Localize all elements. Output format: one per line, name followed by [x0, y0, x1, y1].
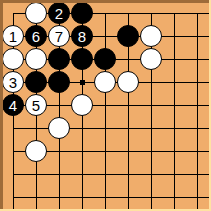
black-stone [71, 2, 93, 24]
black-stone: 2 [48, 2, 70, 24]
black-stone: 8 [71, 25, 93, 47]
black-stone: 4 [2, 94, 24, 116]
board-frame-right-edge [209, 0, 211, 211]
white-stone [2, 48, 24, 70]
white-stone [71, 94, 93, 116]
white-stone [140, 48, 162, 70]
black-stone [94, 48, 116, 70]
grid-line-horizontal [13, 174, 211, 175]
black-stone [71, 48, 93, 70]
move-number-label: 3 [9, 74, 17, 89]
board-frame-bottom-edge [0, 209, 211, 211]
white-stone: 3 [2, 71, 24, 93]
move-number-label: 6 [32, 28, 40, 43]
move-number-label: 1 [9, 28, 17, 43]
move-number-label: 7 [55, 28, 63, 43]
board-frame-top-edge [0, 0, 211, 3]
white-stone [94, 71, 116, 93]
move-number-label: 5 [32, 97, 40, 112]
go-board-diagram: 21678345 [0, 0, 211, 211]
white-stone [25, 2, 47, 24]
move-number-label: 8 [78, 28, 86, 43]
grid-line-vertical [174, 13, 175, 211]
white-stone [25, 140, 47, 162]
grid-line-horizontal [13, 128, 211, 129]
white-stone: 5 [25, 94, 47, 116]
white-stone [48, 117, 70, 139]
grid-line-horizontal [13, 197, 211, 198]
black-stone [25, 71, 47, 93]
black-stone: 6 [25, 25, 47, 47]
board-frame-left-edge [0, 0, 3, 211]
black-stone [48, 71, 70, 93]
grid-line-vertical [105, 13, 106, 211]
white-stone [140, 25, 162, 47]
star-point [80, 80, 85, 85]
black-stone [117, 25, 139, 47]
white-stone: 7 [48, 25, 70, 47]
grid-line-vertical [197, 13, 198, 211]
white-stone [117, 71, 139, 93]
move-number-label: 2 [55, 5, 63, 20]
white-stone [25, 48, 47, 70]
move-number-label: 4 [9, 97, 17, 112]
white-stone: 1 [2, 25, 24, 47]
black-stone [48, 48, 70, 70]
